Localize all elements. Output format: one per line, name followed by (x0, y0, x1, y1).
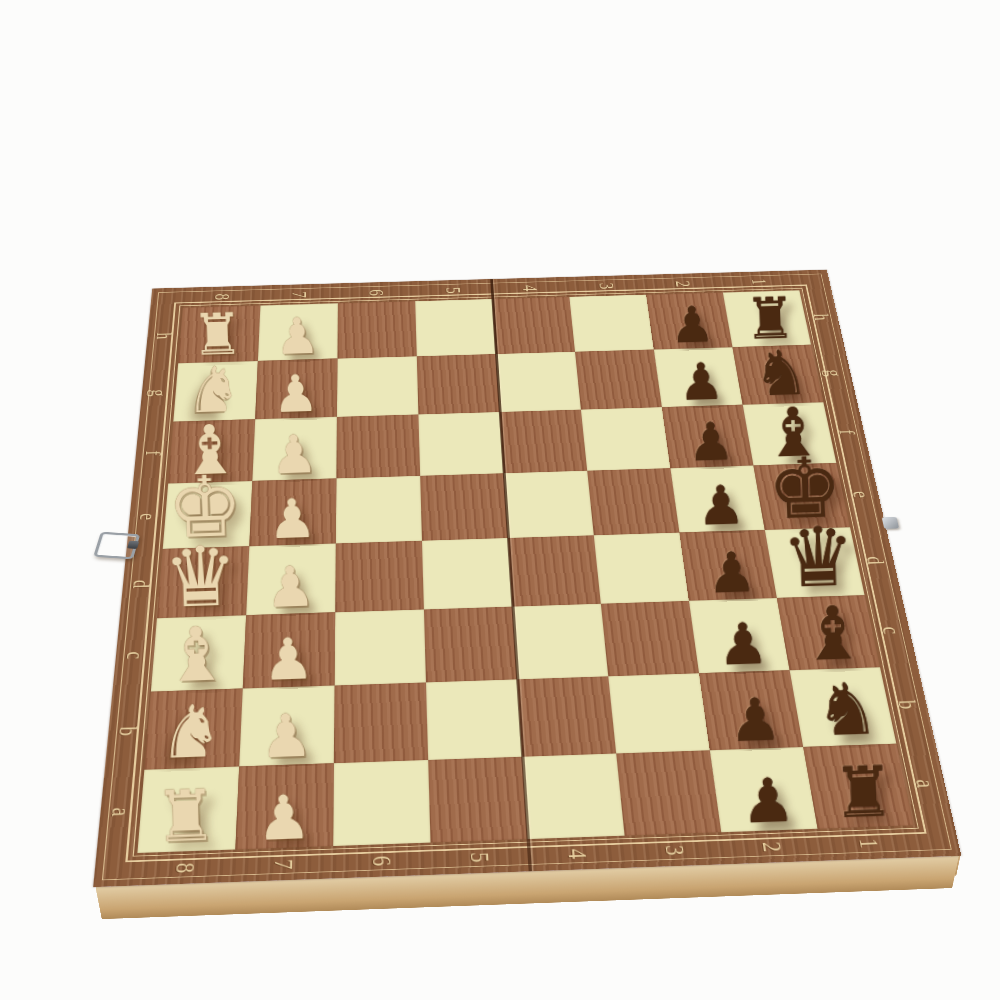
rank-label-text: 5 (443, 287, 464, 294)
rank-label-4-top: 4 (491, 277, 569, 299)
rank-label-text: 7 (271, 858, 298, 869)
square-g5[interactable] (417, 354, 500, 414)
rank-label-5-bottom: 5 (431, 839, 530, 875)
rank-label-text: 4 (520, 284, 541, 291)
rank-label-text: 3 (661, 844, 688, 855)
rank-label-text: 3 (596, 282, 617, 289)
rank-label-text: 2 (758, 841, 786, 852)
rank-label-7-top: 7 (260, 283, 338, 305)
piece-black-pawn-a2[interactable]: ♟ (740, 771, 796, 831)
file-label-h-left: h (145, 308, 183, 364)
file-label-text: c (878, 626, 903, 634)
square-c1[interactable]: ♝ (777, 595, 880, 670)
rank-label-1-bottom: 1 (818, 825, 921, 860)
square-b2[interactable]: ♟ (699, 670, 803, 750)
piece-white-rook-a8[interactable]: ♜ (153, 783, 218, 852)
piece-black-pawn-c2[interactable]: ♟ (717, 616, 770, 672)
square-c8[interactable]: ♝ (151, 615, 246, 691)
square-f3[interactable] (581, 407, 670, 471)
file-label-text: d (863, 556, 888, 565)
file-label-text: e (136, 512, 160, 520)
square-b5[interactable] (426, 679, 522, 760)
file-label-text: f (835, 429, 858, 435)
piece-white-pawn-c7[interactable]: ♟ (261, 631, 314, 687)
product-photo: 87654321h♜♟♟♜hg♞♟♟♞gf♝♟♟♝fe♚♟♟♚ed♛♟♟♛dc♝… (0, 0, 1000, 1000)
piece-black-pawn-b2[interactable]: ♟ (728, 691, 782, 749)
square-b3[interactable] (608, 673, 710, 753)
square-a4[interactable] (522, 753, 624, 839)
square-a7[interactable]: ♟ (235, 763, 333, 849)
square-f7[interactable]: ♟ (252, 417, 337, 481)
square-g3[interactable] (575, 349, 662, 409)
piece-white-queen-d8[interactable]: ♛ (163, 537, 240, 618)
square-h2[interactable]: ♟ (646, 292, 732, 349)
square-e3[interactable] (587, 468, 679, 535)
square-e6[interactable] (336, 476, 422, 544)
rank-label-text: 7 (289, 291, 310, 298)
file-label-d-left: d (120, 549, 163, 619)
file-label-text: d (129, 579, 153, 588)
piece-black-pawn-g2[interactable]: ♟ (678, 357, 725, 407)
square-c2[interactable]: ♟ (689, 598, 790, 673)
rank-label-3-top: 3 (567, 275, 646, 297)
file-label-text: g (148, 389, 170, 397)
piece-black-pawn-f2[interactable]: ♟ (687, 417, 735, 468)
square-a2[interactable]: ♟ (710, 747, 818, 832)
rank-label-text: 8 (172, 862, 199, 873)
file-label-text: f (142, 450, 165, 456)
file-label-text: a (107, 807, 134, 817)
square-e5[interactable] (420, 473, 508, 540)
square-c5[interactable] (424, 607, 517, 683)
file-label-text: c (122, 651, 147, 660)
square-a3[interactable] (616, 750, 721, 835)
square-d5[interactable] (422, 538, 512, 609)
rank-label-6-bottom: 6 (333, 843, 432, 879)
rank-label-text: 2 (672, 280, 693, 287)
rank-label-text: 4 (564, 848, 591, 859)
file-label-text: g (822, 369, 845, 377)
square-d2[interactable]: ♟ (679, 530, 776, 601)
rank-label-4-bottom: 4 (528, 836, 628, 872)
file-label-b-left: b (105, 692, 151, 772)
piece-white-pawn-g7[interactable]: ♟ (272, 369, 319, 419)
rank-label-5-top: 5 (415, 279, 493, 301)
piece-black-pawn-h2[interactable]: ♟ (669, 301, 715, 349)
piece-black-knight-b1[interactable]: ♞ (815, 676, 881, 746)
file-label-text: a (911, 778, 938, 788)
piece-black-rook-a1[interactable]: ♜ (832, 759, 896, 827)
square-c4[interactable] (512, 604, 608, 680)
square-d3[interactable] (594, 533, 689, 604)
chess-board: 87654321h♜♟♟♜hg♞♟♟♞gf♝♟♟♝fe♚♟♟♚ed♛♟♟♛dc♝… (93, 270, 961, 887)
piece-white-pawn-e7[interactable]: ♟ (267, 493, 317, 546)
square-f2[interactable]: ♟ (662, 405, 754, 468)
square-b6[interactable] (334, 682, 428, 763)
piece-black-queen-d1[interactable]: ♛ (781, 518, 856, 598)
square-e2[interactable]: ♟ (670, 466, 764, 533)
piece-black-bishop-c1[interactable]: ♝ (799, 598, 867, 670)
file-label-g-left: g (139, 363, 178, 423)
square-b8[interactable]: ♞ (144, 689, 242, 770)
frame-corner (795, 270, 831, 291)
square-h5[interactable] (415, 299, 496, 356)
square-d8[interactable]: ♛ (157, 546, 249, 618)
square-h3[interactable] (569, 295, 653, 352)
rank-label-3-bottom: 3 (625, 832, 726, 868)
file-label-a-left: a (96, 770, 144, 855)
file-label-text: b (115, 726, 141, 736)
file-label-text: e (849, 490, 873, 498)
square-h6[interactable] (337, 301, 416, 358)
square-h7[interactable]: ♟ (258, 303, 338, 361)
frame-corner (150, 288, 184, 309)
file-label-b-right: b (880, 666, 935, 744)
square-a1[interactable]: ♜ (803, 744, 914, 829)
square-g2[interactable]: ♟ (654, 347, 743, 407)
file-label-text: b (894, 699, 921, 709)
rank-label-2-bottom: 2 (721, 829, 823, 865)
square-a5[interactable] (428, 757, 528, 843)
board-scene: 87654321h♜♟♟♜hg♞♟♟♞gf♝♟♟♝fe♚♟♟♚ed♛♟♟♛dc♝… (128, 118, 888, 958)
board-grid: 87654321h♜♟♟♜hg♞♟♟♞gf♝♟♟♝fe♚♟♟♚ed♛♟♟♛dc♝… (93, 270, 961, 887)
file-label-text: h (153, 332, 175, 339)
piece-white-knight-b8[interactable]: ♞ (158, 698, 225, 769)
piece-white-pawn-f7[interactable]: ♟ (269, 429, 318, 480)
square-f6[interactable] (336, 414, 420, 478)
piece-white-pawn-d7[interactable]: ♟ (264, 560, 316, 614)
rank-label-text: 5 (467, 851, 494, 862)
rank-label-text: 1 (748, 278, 770, 285)
square-c3[interactable] (601, 601, 699, 676)
square-d1[interactable]: ♛ (765, 527, 865, 598)
piece-white-bishop-c8[interactable]: ♝ (162, 618, 231, 691)
square-c6[interactable] (335, 609, 426, 685)
square-d6[interactable] (335, 541, 424, 613)
rank-label-2-top: 2 (643, 273, 722, 295)
square-g7[interactable]: ♟ (255, 359, 337, 420)
square-g6[interactable] (337, 356, 419, 417)
piece-white-pawn-b7[interactable]: ♟ (258, 707, 313, 765)
square-e4[interactable] (504, 471, 594, 538)
rank-label-7-bottom: 7 (234, 846, 333, 882)
square-d7[interactable]: ♟ (246, 543, 336, 615)
square-e7[interactable]: ♟ (249, 478, 336, 546)
square-d4[interactable] (508, 535, 601, 606)
square-b7[interactable]: ♟ (239, 685, 334, 766)
square-c7[interactable]: ♟ (243, 612, 335, 688)
square-g4[interactable] (496, 352, 581, 412)
frame-corner (914, 824, 961, 857)
square-b1[interactable]: ♞ (790, 667, 897, 747)
square-f4[interactable] (500, 410, 587, 474)
square-f5[interactable] (418, 412, 503, 476)
frame-corner (93, 853, 137, 887)
square-a6[interactable] (333, 760, 430, 846)
piece-black-pawn-d2[interactable]: ♟ (706, 546, 757, 600)
rank-label-text: 6 (369, 855, 395, 866)
file-label-text: h (810, 313, 832, 320)
rank-label-text: 1 (855, 837, 883, 848)
rank-label-text: 8 (212, 293, 233, 300)
square-h4[interactable] (492, 297, 575, 354)
piece-white-pawn-h7[interactable]: ♟ (274, 312, 320, 361)
rank-label-6-top: 6 (338, 281, 415, 303)
square-a8[interactable]: ♜ (137, 766, 239, 853)
square-b4[interactable] (517, 676, 616, 756)
rank-label-text: 6 (366, 289, 387, 296)
file-label-c-left: c (112, 618, 157, 693)
piece-white-pawn-a7[interactable]: ♟ (255, 788, 312, 848)
piece-black-pawn-e2[interactable]: ♟ (696, 479, 746, 532)
rank-label-8-bottom: 8 (135, 850, 236, 886)
